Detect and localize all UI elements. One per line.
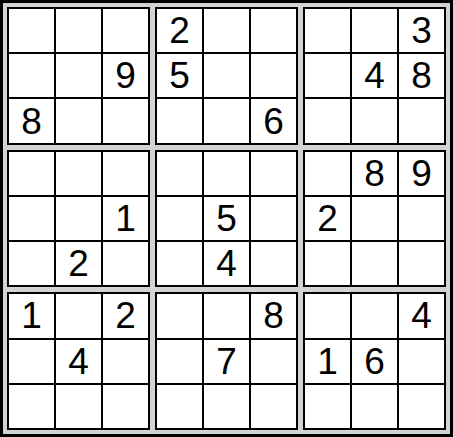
- sudoku-cell-r9c1[interactable]: [9, 385, 54, 428]
- sudoku-cell-r7c3[interactable]: 2: [103, 294, 148, 337]
- sudoku-cell-r1c7[interactable]: [305, 9, 350, 52]
- sudoku-cell-r6c3[interactable]: [103, 242, 148, 285]
- sudoku-cell-r4c2[interactable]: [56, 152, 101, 195]
- sudoku-cell-r6c5[interactable]: 4: [204, 242, 249, 285]
- sudoku-cell-r2c5[interactable]: [204, 54, 249, 97]
- sudoku-cell-r6c8[interactable]: [352, 242, 397, 285]
- sudoku-box-3-1: 124: [7, 292, 150, 430]
- sudoku-cell-r4c9[interactable]: 9: [399, 152, 444, 195]
- sudoku-cell-r4c3[interactable]: [103, 152, 148, 195]
- sudoku-cell-r8c6[interactable]: [251, 340, 296, 383]
- sudoku-cell-r2c4[interactable]: 5: [157, 54, 202, 97]
- sudoku-box-1-3: 348: [303, 7, 446, 145]
- sudoku-cell-r4c6[interactable]: [251, 152, 296, 195]
- sudoku-cell-r2c9[interactable]: 8: [399, 54, 444, 97]
- sudoku-cell-r5c3[interactable]: 1: [103, 197, 148, 240]
- sudoku-cell-r2c3[interactable]: 9: [103, 54, 148, 97]
- sudoku-box-3-3: 416: [303, 292, 446, 430]
- sudoku-cell-r4c8[interactable]: 8: [352, 152, 397, 195]
- sudoku-box-2-1: 12: [7, 150, 150, 288]
- sudoku-cell-r9c6[interactable]: [251, 385, 296, 428]
- sudoku-cell-r3c5[interactable]: [204, 99, 249, 142]
- sudoku-cell-r2c2[interactable]: [56, 54, 101, 97]
- sudoku-cell-r3c7[interactable]: [305, 99, 350, 142]
- sudoku-cell-r3c2[interactable]: [56, 99, 101, 142]
- sudoku-cell-r4c7[interactable]: [305, 152, 350, 195]
- sudoku-cell-r9c9[interactable]: [399, 385, 444, 428]
- sudoku-cell-r8c5[interactable]: 7: [204, 340, 249, 383]
- sudoku-cell-r3c4[interactable]: [157, 99, 202, 142]
- sudoku-cell-r5c8[interactable]: [352, 197, 397, 240]
- sudoku-cell-r9c4[interactable]: [157, 385, 202, 428]
- sudoku-box-2-2: 54: [155, 150, 298, 288]
- sudoku-cell-r7c8[interactable]: [352, 294, 397, 337]
- sudoku-cell-r1c3[interactable]: [103, 9, 148, 52]
- sudoku-cell-r9c2[interactable]: [56, 385, 101, 428]
- sudoku-cell-r8c1[interactable]: [9, 340, 54, 383]
- sudoku-box-1-2: 256: [155, 7, 298, 145]
- sudoku-cell-r9c8[interactable]: [352, 385, 397, 428]
- sudoku-cell-r6c1[interactable]: [9, 242, 54, 285]
- sudoku-cell-r5c7[interactable]: 2: [305, 197, 350, 240]
- sudoku-cell-r6c2[interactable]: 2: [56, 242, 101, 285]
- sudoku-cell-r1c8[interactable]: [352, 9, 397, 52]
- sudoku-cell-r8c3[interactable]: [103, 340, 148, 383]
- sudoku-cell-r8c8[interactable]: 6: [352, 340, 397, 383]
- sudoku-cell-r3c8[interactable]: [352, 99, 397, 142]
- sudoku-box-2-3: 892: [303, 150, 446, 288]
- sudoku-cell-r5c5[interactable]: 5: [204, 197, 249, 240]
- sudoku-cell-r2c8[interactable]: 4: [352, 54, 397, 97]
- sudoku-cell-r8c9[interactable]: [399, 340, 444, 383]
- sudoku-cell-r2c7[interactable]: [305, 54, 350, 97]
- sudoku-cell-r2c1[interactable]: [9, 54, 54, 97]
- sudoku-cell-r4c1[interactable]: [9, 152, 54, 195]
- sudoku-cell-r8c4[interactable]: [157, 340, 202, 383]
- sudoku-cell-r7c2[interactable]: [56, 294, 101, 337]
- sudoku-cell-r6c6[interactable]: [251, 242, 296, 285]
- sudoku-cell-r6c7[interactable]: [305, 242, 350, 285]
- sudoku-cell-r2c6[interactable]: [251, 54, 296, 97]
- sudoku-cell-r9c7[interactable]: [305, 385, 350, 428]
- sudoku-cell-r8c7[interactable]: 1: [305, 340, 350, 383]
- sudoku-cell-r3c1[interactable]: 8: [9, 99, 54, 142]
- sudoku-board: 98256348125489212487416: [0, 0, 453, 437]
- sudoku-cell-r7c9[interactable]: 4: [399, 294, 444, 337]
- sudoku-cell-r5c4[interactable]: [157, 197, 202, 240]
- sudoku-cell-r5c6[interactable]: [251, 197, 296, 240]
- sudoku-cell-r9c5[interactable]: [204, 385, 249, 428]
- sudoku-cell-r7c7[interactable]: [305, 294, 350, 337]
- sudoku-cell-r4c4[interactable]: [157, 152, 202, 195]
- sudoku-box-1-1: 98: [7, 7, 150, 145]
- sudoku-cell-r7c6[interactable]: 8: [251, 294, 296, 337]
- sudoku-cell-r1c6[interactable]: [251, 9, 296, 52]
- sudoku-cell-r8c2[interactable]: 4: [56, 340, 101, 383]
- sudoku-cell-r9c3[interactable]: [103, 385, 148, 428]
- sudoku-cell-r7c5[interactable]: [204, 294, 249, 337]
- sudoku-cell-r5c9[interactable]: [399, 197, 444, 240]
- sudoku-cell-r1c9[interactable]: 3: [399, 9, 444, 52]
- sudoku-cell-r3c9[interactable]: [399, 99, 444, 142]
- sudoku-cell-r6c9[interactable]: [399, 242, 444, 285]
- sudoku-cell-r3c3[interactable]: [103, 99, 148, 142]
- sudoku-cell-r5c2[interactable]: [56, 197, 101, 240]
- sudoku-cell-r7c1[interactable]: 1: [9, 294, 54, 337]
- sudoku-cell-r1c2[interactable]: [56, 9, 101, 52]
- sudoku-cell-r7c4[interactable]: [157, 294, 202, 337]
- sudoku-cell-r6c4[interactable]: [157, 242, 202, 285]
- sudoku-box-3-2: 87: [155, 292, 298, 430]
- sudoku-cell-r4c5[interactable]: [204, 152, 249, 195]
- sudoku-cell-r1c5[interactable]: [204, 9, 249, 52]
- sudoku-cell-r5c1[interactable]: [9, 197, 54, 240]
- sudoku-cell-r1c4[interactable]: 2: [157, 9, 202, 52]
- sudoku-cell-r1c1[interactable]: [9, 9, 54, 52]
- sudoku-cell-r3c6[interactable]: 6: [251, 99, 296, 142]
